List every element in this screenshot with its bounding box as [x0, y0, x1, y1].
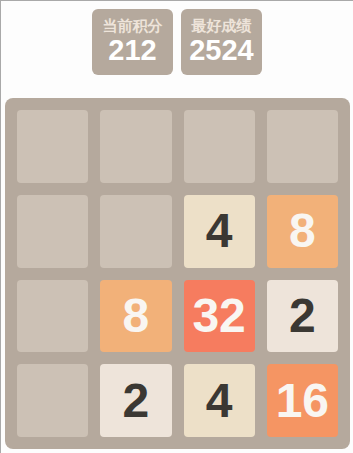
empty-cell — [100, 195, 171, 268]
tile-2: 2 — [267, 280, 338, 353]
tile-8: 8 — [100, 280, 171, 353]
empty-cell — [17, 280, 88, 353]
empty-cell — [184, 110, 255, 183]
tile-8: 8 — [267, 195, 338, 268]
current-score-box: 当前积分 212 — [92, 9, 173, 75]
tile-32: 32 — [184, 280, 255, 353]
board[interactable]: 4883222416 — [5, 98, 350, 449]
empty-cell — [100, 110, 171, 183]
tile-2: 2 — [100, 364, 171, 437]
empty-cell — [267, 110, 338, 183]
tile-4: 4 — [184, 364, 255, 437]
tile-16: 16 — [267, 364, 338, 437]
empty-cell — [17, 195, 88, 268]
empty-cell — [17, 110, 88, 183]
best-score-box: 最好成绩 2524 — [181, 9, 262, 75]
current-score-label: 当前积分 — [103, 17, 163, 35]
best-score-value: 2524 — [189, 35, 254, 67]
best-score-label: 最好成绩 — [192, 17, 252, 35]
empty-cell — [17, 364, 88, 437]
current-score-value: 212 — [108, 35, 156, 67]
score-row: 当前积分 212 最好成绩 2524 — [1, 1, 353, 75]
tile-4: 4 — [184, 195, 255, 268]
